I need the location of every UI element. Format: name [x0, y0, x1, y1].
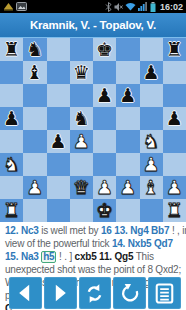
piece-black-rook-h8: ♜ [166, 38, 183, 61]
square-c4[interactable]: ♟ [47, 130, 70, 153]
reset-undo-button[interactable] [113, 277, 146, 309]
square-h8[interactable]: ♜ [163, 38, 186, 61]
triangle-right-icon [50, 283, 70, 303]
bluetooth-icon [105, 2, 112, 12]
piece-black-pawn-g7: ♟ [143, 61, 160, 84]
square-h2[interactable]: ♟ [163, 176, 186, 199]
screenshot-notification-icon [16, 2, 27, 11]
square-g6[interactable] [140, 84, 163, 107]
square-c8[interactable] [47, 38, 70, 61]
square-h4[interactable] [163, 130, 186, 153]
square-g3[interactable]: ♟ [140, 153, 163, 176]
previous-move-button[interactable] [9, 277, 42, 309]
piece-black-pawn-e6: ♟ [96, 84, 113, 107]
square-a4[interactable] [0, 130, 23, 153]
square-d8[interactable] [70, 38, 93, 61]
triangle-left-icon [15, 283, 35, 303]
square-e2[interactable]: ♟ [93, 176, 116, 199]
square-b4[interactable] [23, 130, 46, 153]
square-b8[interactable]: ♞ [23, 38, 46, 61]
title-bar: Kramnik, V. - Topalov, V. [0, 13, 186, 38]
piece-black-queen-d7: ♛ [73, 61, 90, 84]
square-f8[interactable] [116, 38, 139, 61]
piece-white-pawn-e2: ♟ [96, 176, 113, 199]
square-a2[interactable] [0, 176, 23, 199]
square-f5[interactable] [116, 107, 139, 130]
square-h1[interactable]: ♜ [163, 199, 186, 222]
annotation-line-2: view of the powerful trick 14. Nxb5 Qd7 [5, 237, 181, 250]
status-bar: 16:02 [0, 0, 186, 13]
square-b3[interactable] [23, 153, 46, 176]
commentary-text: is well met by [39, 225, 101, 236]
piece-white-knight-a3: ♞ [3, 153, 20, 176]
piece-white-pawn-h2: ♟ [166, 176, 183, 199]
app-screen: 16:02 Kramnik, V. - Topalov, V. ♜♞♚♜♝♛♟♟… [0, 0, 186, 310]
piece-white-pawn-d4: ♟ [73, 130, 90, 153]
game-title: Kramnik, V. - Topalov, V. [30, 19, 156, 31]
square-g1[interactable] [140, 199, 163, 222]
piece-black-rook-a8: ♜ [3, 38, 20, 61]
signal-icon [138, 2, 148, 11]
square-a1[interactable]: ♜ [0, 199, 23, 222]
piece-white-rook-a1: ♜ [3, 199, 20, 222]
piece-black-pawn-c4: ♟ [50, 130, 67, 153]
square-g8[interactable] [140, 38, 163, 61]
status-bar-left [3, 2, 27, 11]
piece-white-pawn-f2: ♟ [119, 176, 136, 199]
piece-white-knight-g4: ♞ [143, 130, 160, 153]
piece-black-pawn-f6: ♟ [119, 84, 136, 107]
piece-black-bishop-b7: ♝ [26, 61, 43, 84]
wifi-icon [125, 2, 136, 11]
list-lines-icon [155, 283, 174, 304]
app-notification-icon [3, 2, 14, 11]
square-h3[interactable] [163, 153, 186, 176]
piece-black-king-e8: ♚ [96, 38, 113, 61]
square-b6[interactable] [23, 84, 46, 107]
arrow-ccw-icon [119, 283, 140, 304]
square-e3[interactable] [93, 153, 116, 176]
mute-icon [114, 2, 123, 12]
annotation-line-3: 15. Na3 h5 ! . ] cxb5 11. Qg5 This [5, 250, 181, 263]
square-a7[interactable] [0, 61, 23, 84]
piece-white-bishop-g2: ♝ [143, 176, 160, 199]
square-a3[interactable]: ♞ [0, 153, 23, 176]
commentary-text: This [133, 251, 154, 262]
square-f4[interactable] [116, 130, 139, 153]
square-e1[interactable]: ♚ [93, 199, 116, 222]
piece-black-pawn-h5: ♟ [166, 107, 183, 130]
commentary-text: view of the powerful trick [5, 238, 112, 249]
status-bar-right: 16:02 [105, 2, 183, 12]
square-h6[interactable] [163, 84, 186, 107]
commentary-text: ! , in [169, 225, 186, 236]
move-link[interactable]: 14. Nxb5 Qd7 [112, 238, 173, 249]
cycle-arrows-icon [84, 283, 105, 304]
square-f1[interactable] [116, 199, 139, 222]
piece-white-pawn-b2: ♟ [26, 176, 43, 199]
piece-white-queen-d2: ♛ [73, 176, 90, 199]
commentary-text: unexpected shot was the point of 8 Qxd2; [5, 264, 181, 275]
square-d4[interactable]: ♟ [70, 130, 93, 153]
square-c3[interactable] [47, 153, 70, 176]
annotation-line-1: 12. Nc3 is well met by 16 13. Ng4 Bb7 ! … [5, 224, 181, 237]
square-f7[interactable] [116, 61, 139, 84]
square-g7[interactable]: ♟ [140, 61, 163, 84]
annotation-line-4: unexpected shot was the point of 8 Qxd2; [5, 263, 181, 276]
piece-black-knight-b8: ♞ [26, 38, 43, 61]
square-g4[interactable]: ♞ [140, 130, 163, 153]
piece-white-pawn-g3: ♟ [143, 153, 160, 176]
move-link[interactable]: 12. Nc3 [5, 225, 39, 236]
square-d6[interactable] [70, 84, 93, 107]
square-d3[interactable] [70, 153, 93, 176]
square-d2[interactable]: ♛ [70, 176, 93, 199]
piece-black-pawn-a5: ♟ [3, 107, 20, 130]
status-bar-time: 16:02 [160, 2, 183, 12]
chess-board[interactable]: ♜♞♚♜♝♛♟♟♟♟♞♟♟♟♞♞♟♟♛♟♟♝♟♜♚♜ [0, 38, 186, 222]
commentary-text: ! . ] [56, 251, 74, 262]
square-b1[interactable] [23, 199, 46, 222]
square-d7[interactable]: ♛ [70, 61, 93, 84]
battery-icon [150, 2, 156, 12]
move-list-button[interactable] [148, 277, 181, 309]
square-h5[interactable]: ♟ [163, 107, 186, 130]
square-c1[interactable] [47, 199, 70, 222]
toolbar [0, 277, 186, 310]
square-a6[interactable] [0, 84, 23, 107]
next-move-button[interactable] [44, 277, 77, 309]
square-h7[interactable] [163, 61, 186, 84]
move-link[interactable]: 16 [101, 225, 112, 236]
piece-black-knight-d5: ♞ [73, 107, 90, 130]
square-c2[interactable] [47, 176, 70, 199]
square-e5[interactable] [93, 107, 116, 130]
square-g5[interactable] [140, 107, 163, 130]
square-e6[interactable]: ♟ [93, 84, 116, 107]
square-f3[interactable] [116, 153, 139, 176]
square-b5[interactable] [23, 107, 46, 130]
square-a5[interactable]: ♟ [0, 107, 23, 130]
square-d1[interactable] [70, 199, 93, 222]
square-b2[interactable]: ♟ [23, 176, 46, 199]
square-g2[interactable]: ♝ [140, 176, 163, 199]
piece-white-king-e1: ♚ [96, 199, 113, 222]
square-c6[interactable] [47, 84, 70, 107]
square-c5[interactable] [47, 107, 70, 130]
square-e4[interactable] [93, 130, 116, 153]
square-c7[interactable] [47, 61, 70, 84]
square-f2[interactable]: ♟ [116, 176, 139, 199]
cycle-moves-button[interactable] [79, 277, 112, 309]
current-move-highlight[interactable]: h5 [41, 251, 56, 263]
square-a8[interactable]: ♜ [0, 38, 23, 61]
move-link[interactable]: cxb5 11. Qg5 [75, 251, 134, 262]
square-e8[interactable]: ♚ [93, 38, 116, 61]
square-d5[interactable]: ♞ [70, 107, 93, 130]
square-e7[interactable] [93, 61, 116, 84]
square-b7[interactable]: ♝ [23, 61, 46, 84]
move-link[interactable]: 15. Na3 [5, 251, 41, 262]
piece-white-rook-h1: ♜ [166, 199, 183, 222]
move-link[interactable]: 13. Ng4 Bb7 [114, 225, 169, 236]
square-f6[interactable]: ♟ [116, 84, 139, 107]
